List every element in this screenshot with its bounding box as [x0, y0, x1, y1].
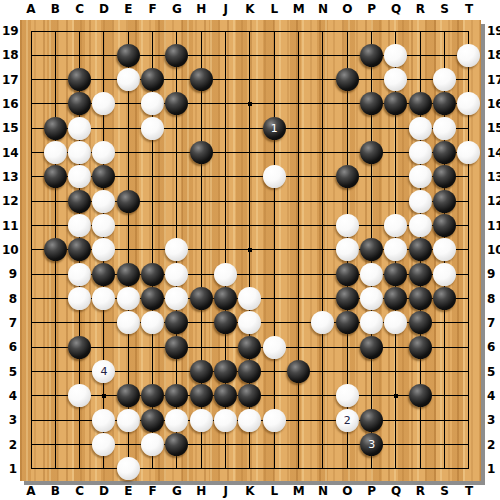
row-label-left-16: 16 — [2, 96, 17, 112]
stone-white-B14 — [44, 141, 67, 164]
goban[interactable]: 1423 — [20, 20, 481, 481]
column-label-bottom-G: G — [165, 483, 189, 499]
stone-white-R14 — [409, 141, 432, 164]
move-number-label-3: 3 — [368, 439, 375, 450]
column-label-top-A: A — [19, 1, 43, 17]
column-label-bottom-T: T — [457, 483, 481, 499]
column-label-top-E: E — [116, 1, 140, 17]
row-label-left-11: 11 — [2, 218, 17, 234]
stone-white-F15 — [141, 117, 164, 140]
move-number-label-1: 1 — [271, 123, 278, 134]
row-label-right-1: 1 — [487, 461, 500, 477]
column-label-top-N: N — [311, 1, 335, 17]
column-label-bottom-L: L — [262, 483, 286, 499]
stone-white-C9 — [68, 263, 91, 286]
stone-black-B15 — [44, 117, 67, 140]
stone-black-P6 — [360, 336, 383, 359]
stone-white-J9 — [214, 263, 237, 286]
stone-black-P3 — [360, 409, 383, 432]
column-label-bottom-M: M — [287, 483, 311, 499]
column-label-top-K: K — [238, 1, 262, 17]
column-label-bottom-H: H — [189, 483, 213, 499]
row-label-right-2: 2 — [487, 437, 500, 453]
row-label-left-9: 9 — [2, 266, 17, 282]
column-label-bottom-D: D — [92, 483, 116, 499]
row-label-right-10: 10 — [487, 242, 500, 258]
column-label-top-H: H — [189, 1, 213, 17]
move-number-label-4: 4 — [100, 366, 107, 377]
row-label-left-18: 18 — [2, 47, 17, 63]
stone-white-R15 — [409, 117, 432, 140]
column-label-bottom-E: E — [116, 483, 140, 499]
column-label-top-T: T — [457, 1, 481, 17]
row-label-left-1: 1 — [2, 461, 17, 477]
row-label-right-3: 3 — [487, 412, 500, 428]
stone-white-R11 — [409, 214, 432, 237]
stone-black-C12 — [68, 190, 91, 213]
row-label-right-7: 7 — [487, 315, 500, 331]
column-label-top-B: B — [43, 1, 67, 17]
row-label-left-7: 7 — [2, 315, 17, 331]
column-label-bottom-A: A — [19, 483, 43, 499]
stone-black-F3 — [141, 409, 164, 432]
column-label-bottom-Q: Q — [384, 483, 408, 499]
star-point-K16 — [248, 102, 252, 106]
stone-white-S15 — [433, 117, 456, 140]
column-label-bottom-J: J — [214, 483, 238, 499]
row-label-left-15: 15 — [2, 120, 17, 136]
stone-black-R8 — [409, 287, 432, 310]
row-label-right-17: 17 — [487, 72, 500, 88]
column-label-bottom-B: B — [43, 483, 67, 499]
column-label-top-S: S — [433, 1, 457, 17]
stone-black-O17 — [336, 68, 359, 91]
go-board-app: { "game": "go", "board_size": 19, "colum… — [0, 0, 500, 500]
column-label-top-J: J — [214, 1, 238, 17]
stone-black-R6 — [409, 336, 432, 359]
stone-white-P9 — [360, 263, 383, 286]
move-number-label-2: 2 — [344, 415, 351, 426]
stone-white-S9 — [433, 263, 456, 286]
row-label-right-11: 11 — [487, 218, 500, 234]
stone-white-L3 — [263, 409, 286, 432]
row-label-right-19: 19 — [487, 23, 500, 39]
row-label-right-12: 12 — [487, 193, 500, 209]
stone-black-F9 — [141, 263, 164, 286]
stone-black-S12 — [433, 190, 456, 213]
stone-black-E9 — [117, 263, 140, 286]
stone-black-H14 — [190, 141, 213, 164]
column-label-top-M: M — [287, 1, 311, 17]
stone-white-E3 — [117, 409, 140, 432]
row-label-right-6: 6 — [487, 339, 500, 355]
column-label-bottom-S: S — [433, 483, 457, 499]
stone-black-O9 — [336, 263, 359, 286]
row-label-left-4: 4 — [2, 388, 17, 404]
stone-black-H5 — [190, 360, 213, 383]
column-label-bottom-F: F — [141, 483, 165, 499]
row-label-left-17: 17 — [2, 72, 17, 88]
stone-white-O11 — [336, 214, 359, 237]
row-label-left-8: 8 — [2, 291, 17, 307]
stone-black-E12 — [117, 190, 140, 213]
row-label-right-9: 9 — [487, 266, 500, 282]
column-label-bottom-O: O — [335, 483, 359, 499]
row-label-right-5: 5 — [487, 364, 500, 380]
row-label-left-14: 14 — [2, 145, 17, 161]
stone-white-E8 — [117, 287, 140, 310]
column-label-top-Q: Q — [384, 1, 408, 17]
stone-white-R12 — [409, 190, 432, 213]
column-label-top-C: C — [68, 1, 92, 17]
column-label-bottom-N: N — [311, 483, 335, 499]
column-label-top-D: D — [92, 1, 116, 17]
column-label-top-R: R — [408, 1, 432, 17]
stone-black-E18 — [117, 44, 140, 67]
row-label-left-5: 5 — [2, 364, 17, 380]
stone-white-J3 — [214, 409, 237, 432]
stone-white-L6 — [263, 336, 286, 359]
row-label-left-2: 2 — [2, 437, 17, 453]
star-point-K10 — [248, 248, 252, 252]
row-label-right-15: 15 — [487, 120, 500, 136]
row-label-left-3: 3 — [2, 412, 17, 428]
stone-white-C15 — [68, 117, 91, 140]
stone-black-L15: 1 — [263, 117, 286, 140]
stone-black-C6 — [68, 336, 91, 359]
stone-black-P18 — [360, 44, 383, 67]
stone-black-H8 — [190, 287, 213, 310]
row-label-left-19: 19 — [2, 23, 17, 39]
column-label-top-G: G — [165, 1, 189, 17]
column-label-bottom-K: K — [238, 483, 262, 499]
column-label-top-F: F — [141, 1, 165, 17]
stone-black-H17 — [190, 68, 213, 91]
row-label-left-13: 13 — [2, 169, 17, 185]
star-point-D4 — [102, 394, 106, 398]
stone-white-E17 — [117, 68, 140, 91]
row-label-right-18: 18 — [487, 47, 500, 63]
column-label-bottom-R: R — [408, 483, 432, 499]
row-label-left-6: 6 — [2, 339, 17, 355]
stone-white-H3 — [190, 409, 213, 432]
row-label-left-10: 10 — [2, 242, 17, 258]
star-point-Q4 — [394, 394, 398, 398]
row-label-right-4: 4 — [487, 388, 500, 404]
stone-black-O8 — [336, 287, 359, 310]
stone-black-R9 — [409, 263, 432, 286]
row-label-right-16: 16 — [487, 96, 500, 112]
column-label-top-P: P — [360, 1, 384, 17]
column-label-top-L: L — [262, 1, 286, 17]
row-label-right-13: 13 — [487, 169, 500, 185]
row-label-right-14: 14 — [487, 145, 500, 161]
column-label-bottom-P: P — [360, 483, 384, 499]
row-label-right-8: 8 — [487, 291, 500, 307]
stone-white-O3: 2 — [336, 409, 359, 432]
row-label-left-12: 12 — [2, 193, 17, 209]
column-label-top-O: O — [335, 1, 359, 17]
column-label-bottom-C: C — [68, 483, 92, 499]
